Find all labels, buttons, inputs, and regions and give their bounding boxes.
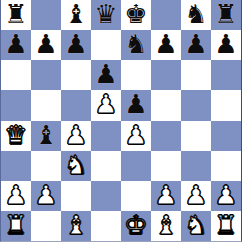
square-f5[interactable] [151,90,181,120]
square-e8[interactable]: ♚ [121,0,151,30]
square-d5[interactable]: ♟ [91,90,121,120]
white-rook[interactable]: ♜ [214,212,237,238]
white-pawn[interactable]: ♟ [154,182,177,208]
square-h3[interactable] [211,151,241,181]
black-rook[interactable]: ♜ [4,1,27,27]
white-pawn[interactable]: ♟ [94,91,117,117]
square-b8[interactable] [31,0,61,30]
square-g1[interactable]: ♞ [181,211,211,241]
square-c5[interactable] [61,90,91,120]
black-pawn[interactable]: ♟ [154,31,177,57]
square-b3[interactable] [31,151,61,181]
white-pawn[interactable]: ♟ [64,122,87,148]
square-h8[interactable]: ♜ [211,0,241,30]
square-f1[interactable]: ♝ [151,211,181,241]
square-f4[interactable] [151,121,181,151]
square-b2[interactable]: ♟ [31,181,61,211]
square-c4[interactable]: ♟ [61,121,91,151]
black-pawn[interactable]: ♟ [4,31,27,57]
square-g3[interactable] [181,151,211,181]
black-queen[interactable]: ♛ [94,1,117,27]
square-d6[interactable]: ♟ [91,60,121,90]
white-pawn[interactable]: ♟ [124,122,147,148]
square-c3[interactable]: ♞ [61,151,91,181]
square-b7[interactable]: ♟ [31,30,61,60]
square-d4[interactable] [91,121,121,151]
square-e7[interactable]: ♞ [121,30,151,60]
white-pawn[interactable]: ♟ [4,182,27,208]
chess-board: ♜♝♛♚♞♜♟♟♟♞♟♟♟♟♟♟♛♝♟♟♞♟♟♟♟♟♜♝♚♝♞♜ [0,0,242,242]
square-b4[interactable]: ♝ [31,121,61,151]
square-d8[interactable]: ♛ [91,0,121,30]
square-e4[interactable]: ♟ [121,121,151,151]
white-knight[interactable]: ♞ [64,152,87,178]
black-pawn[interactable]: ♟ [124,91,147,117]
square-d2[interactable] [91,181,121,211]
square-f7[interactable]: ♟ [151,30,181,60]
square-c7[interactable]: ♟ [61,30,91,60]
black-pawn[interactable]: ♟ [64,31,87,57]
black-pawn[interactable]: ♟ [214,31,237,57]
square-g7[interactable]: ♟ [181,30,211,60]
square-c1[interactable]: ♝ [61,211,91,241]
square-g4[interactable] [181,121,211,151]
square-a5[interactable] [1,90,31,120]
square-h2[interactable]: ♟ [211,181,241,211]
chess-board-grid: ♜♝♛♚♞♜♟♟♟♞♟♟♟♟♟♟♛♝♟♟♞♟♟♟♟♟♜♝♚♝♞♜ [1,0,241,241]
white-knight[interactable]: ♞ [184,212,207,238]
white-pawn[interactable]: ♟ [34,182,57,208]
square-d3[interactable] [91,151,121,181]
square-a1[interactable]: ♜ [1,211,31,241]
white-pawn[interactable]: ♟ [214,182,237,208]
square-a4[interactable]: ♛ [1,121,31,151]
black-bishop[interactable]: ♝ [34,122,57,148]
square-a2[interactable]: ♟ [1,181,31,211]
square-h5[interactable] [211,90,241,120]
white-rook[interactable]: ♜ [4,212,27,238]
square-g5[interactable] [181,90,211,120]
square-b6[interactable] [31,60,61,90]
square-c8[interactable]: ♝ [61,0,91,30]
white-bishop[interactable]: ♝ [64,212,87,238]
square-b1[interactable] [31,211,61,241]
white-bishop[interactable]: ♝ [154,212,177,238]
square-g8[interactable]: ♞ [181,0,211,30]
square-g2[interactable]: ♟ [181,181,211,211]
square-e3[interactable] [121,151,151,181]
square-a3[interactable] [1,151,31,181]
square-c6[interactable] [61,60,91,90]
black-king[interactable]: ♚ [124,1,147,27]
square-e2[interactable] [121,181,151,211]
square-f2[interactable]: ♟ [151,181,181,211]
black-pawn[interactable]: ♟ [184,31,207,57]
square-b5[interactable] [31,90,61,120]
square-h4[interactable] [211,121,241,151]
black-knight[interactable]: ♞ [184,1,207,27]
square-h7[interactable]: ♟ [211,30,241,60]
square-g6[interactable] [181,60,211,90]
square-e6[interactable] [121,60,151,90]
black-pawn[interactable]: ♟ [94,61,117,87]
black-knight[interactable]: ♞ [124,31,147,57]
black-pawn[interactable]: ♟ [34,31,57,57]
square-c2[interactable] [61,181,91,211]
square-e1[interactable]: ♚ [121,211,151,241]
white-pawn[interactable]: ♟ [184,182,207,208]
black-rook[interactable]: ♜ [214,1,237,27]
white-queen[interactable]: ♛ [4,122,27,148]
black-bishop[interactable]: ♝ [64,1,87,27]
square-f6[interactable] [151,60,181,90]
square-f8[interactable] [151,0,181,30]
square-a7[interactable]: ♟ [1,30,31,60]
white-king[interactable]: ♚ [124,212,147,238]
square-h1[interactable]: ♜ [211,211,241,241]
square-h6[interactable] [211,60,241,90]
square-d1[interactable] [91,211,121,241]
square-a6[interactable] [1,60,31,90]
square-a8[interactable]: ♜ [1,0,31,30]
square-f3[interactable] [151,151,181,181]
square-d7[interactable] [91,30,121,60]
square-e5[interactable]: ♟ [121,90,151,120]
